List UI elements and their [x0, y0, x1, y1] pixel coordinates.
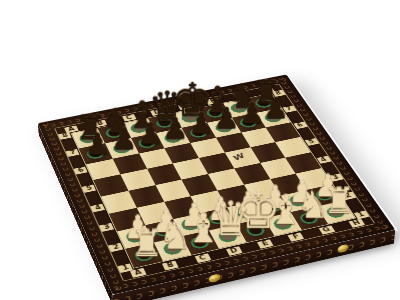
black-pawn-glyph: ♟ — [163, 115, 189, 143]
white-rook-glyph: ♜ — [130, 226, 163, 261]
black-pawn-glyph: ♟ — [111, 125, 137, 153]
black-pawn-glyph: ♟ — [137, 120, 163, 148]
black-pawn-glyph: ♟ — [188, 110, 214, 138]
chess-board: ɔɔɔɔɔɔɔɔɔɔɔɔɔɔɔɔɔɔɔɔɔɔɔɔɔɔɔɔɔɔɔɔɔɔɔɔɔɔɔɔ… — [38, 75, 395, 295]
black-pawn-glyph: ♟ — [239, 100, 265, 127]
file-label-d: D — [226, 246, 243, 256]
file-label-c: C — [194, 253, 211, 263]
white-knight-glyph: ♞ — [158, 219, 192, 255]
board-frame: ɔɔɔɔɔɔɔɔɔɔɔɔɔɔɔɔɔɔɔɔɔɔɔɔɔɔɔɔɔɔɔɔɔɔɔɔɔɔɔɔ… — [38, 75, 395, 295]
square-a7[interactable]: ♟ — [79, 143, 113, 164]
file-label-f: F — [288, 232, 305, 241]
rank-label-1: 1 — [353, 211, 370, 220]
file-label-b: B — [162, 260, 179, 270]
black-pawn-glyph: ♟ — [84, 130, 111, 158]
photo-scene: ɔɔɔɔɔɔɔɔɔɔɔɔɔɔɔɔɔɔɔɔɔɔɔɔɔɔɔɔɔɔɔɔɔɔɔɔɔɔɔɔ… — [0, 0, 400, 300]
black-pawn-glyph: ♟ — [214, 105, 240, 132]
photo-background: { "game": "chess", "scene_description": … — [0, 0, 400, 300]
brand-mark: W — [231, 151, 246, 162]
black-pawn-glyph: ♟ — [263, 95, 289, 122]
